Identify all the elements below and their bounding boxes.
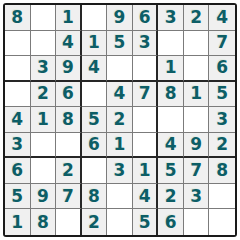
cell-r5c6[interactable] [133, 107, 159, 133]
sudoku-grid: 8196324415373941626478154185233614926231… [5, 5, 235, 235]
cell-r9c4[interactable]: 2 [82, 209, 108, 235]
cell-r2c8[interactable] [184, 31, 210, 57]
cell-r9c9[interactable] [209, 209, 235, 235]
cell-r7c7[interactable]: 5 [158, 158, 184, 184]
cell-r8c4[interactable]: 8 [82, 184, 108, 210]
cell-r2c2[interactable] [31, 31, 57, 57]
cell-r5c7[interactable] [158, 107, 184, 133]
cell-r8c6[interactable]: 4 [133, 184, 159, 210]
cell-r5c5[interactable]: 2 [107, 107, 133, 133]
cell-r1c4[interactable] [82, 5, 108, 31]
cell-r2c1[interactable] [5, 31, 31, 57]
cell-r6c6[interactable] [133, 133, 159, 159]
cell-r6c9[interactable]: 2 [209, 133, 235, 159]
cell-r5c3[interactable]: 8 [56, 107, 82, 133]
cell-r4c3[interactable]: 6 [56, 82, 82, 108]
cell-r6c1[interactable]: 3 [5, 133, 31, 159]
cell-r9c8[interactable] [184, 209, 210, 235]
cell-r5c8[interactable] [184, 107, 210, 133]
cell-r3c5[interactable] [107, 56, 133, 82]
cell-r1c8[interactable]: 2 [184, 5, 210, 31]
cell-r4c9[interactable]: 5 [209, 82, 235, 108]
cell-r7c3[interactable]: 2 [56, 158, 82, 184]
cell-r7c4[interactable] [82, 158, 108, 184]
cell-r2c9[interactable]: 7 [209, 31, 235, 57]
cell-r8c2[interactable]: 9 [31, 184, 57, 210]
cell-r6c5[interactable]: 1 [107, 133, 133, 159]
cell-r1c7[interactable]: 3 [158, 5, 184, 31]
cell-r6c8[interactable]: 9 [184, 133, 210, 159]
cell-r3c1[interactable] [5, 56, 31, 82]
cell-r3c6[interactable] [133, 56, 159, 82]
cell-r7c9[interactable]: 8 [209, 158, 235, 184]
cell-r6c3[interactable] [56, 133, 82, 159]
cell-r8c3[interactable]: 7 [56, 184, 82, 210]
cell-r8c5[interactable] [107, 184, 133, 210]
cell-r1c3[interactable]: 1 [56, 5, 82, 31]
cell-r8c9[interactable] [209, 184, 235, 210]
cell-r2c5[interactable]: 5 [107, 31, 133, 57]
cell-r2c7[interactable] [158, 31, 184, 57]
cell-r4c7[interactable]: 8 [158, 82, 184, 108]
cell-r9c1[interactable]: 1 [5, 209, 31, 235]
cell-r3c2[interactable]: 3 [31, 56, 57, 82]
cell-r2c4[interactable]: 1 [82, 31, 108, 57]
cell-r1c5[interactable]: 9 [107, 5, 133, 31]
cell-r8c1[interactable]: 5 [5, 184, 31, 210]
cell-r1c9[interactable]: 4 [209, 5, 235, 31]
cell-r9c6[interactable]: 5 [133, 209, 159, 235]
cell-r4c1[interactable] [5, 82, 31, 108]
cell-r5c1[interactable]: 4 [5, 107, 31, 133]
cell-r5c9[interactable]: 3 [209, 107, 235, 133]
cell-r3c4[interactable]: 4 [82, 56, 108, 82]
cell-r3c9[interactable]: 6 [209, 56, 235, 82]
cell-r5c4[interactable]: 5 [82, 107, 108, 133]
cell-r1c6[interactable]: 6 [133, 5, 159, 31]
cell-r4c5[interactable]: 4 [107, 82, 133, 108]
cell-r7c1[interactable]: 6 [5, 158, 31, 184]
cell-r9c2[interactable]: 8 [31, 209, 57, 235]
cell-r6c2[interactable] [31, 133, 57, 159]
cell-r3c7[interactable]: 1 [158, 56, 184, 82]
cell-r4c2[interactable]: 2 [31, 82, 57, 108]
cell-r6c4[interactable]: 6 [82, 133, 108, 159]
cell-r7c2[interactable] [31, 158, 57, 184]
cell-r4c8[interactable]: 1 [184, 82, 210, 108]
cell-r8c8[interactable]: 3 [184, 184, 210, 210]
cell-r1c2[interactable] [31, 5, 57, 31]
cell-r7c6[interactable]: 1 [133, 158, 159, 184]
cell-r7c5[interactable]: 3 [107, 158, 133, 184]
cell-r2c3[interactable]: 4 [56, 31, 82, 57]
cell-r7c8[interactable]: 7 [184, 158, 210, 184]
cell-r3c8[interactable] [184, 56, 210, 82]
cell-r9c7[interactable]: 6 [158, 209, 184, 235]
cell-r4c6[interactable]: 7 [133, 82, 159, 108]
cell-r9c5[interactable] [107, 209, 133, 235]
cell-r4c4[interactable] [82, 82, 108, 108]
cell-r9c3[interactable] [56, 209, 82, 235]
cell-r1c1[interactable]: 8 [5, 5, 31, 31]
cell-r8c7[interactable]: 2 [158, 184, 184, 210]
sudoku-board: 8196324415373941626478154185233614926231… [3, 3, 237, 237]
cell-r6c7[interactable]: 4 [158, 133, 184, 159]
cell-r3c3[interactable]: 9 [56, 56, 82, 82]
cell-r2c6[interactable]: 3 [133, 31, 159, 57]
cell-r5c2[interactable]: 1 [31, 107, 57, 133]
